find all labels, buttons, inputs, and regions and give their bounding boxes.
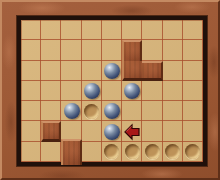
cell-4-0: [21, 101, 41, 121]
cell-5-0: [21, 121, 41, 141]
ball[interactable]: [64, 103, 80, 119]
cell-4-2: [61, 101, 81, 121]
cell-0-8: [183, 20, 203, 40]
hole: [104, 144, 119, 159]
cell-3-1: [41, 81, 61, 101]
cell-1-8: [183, 40, 203, 60]
cell-2-3: [82, 61, 102, 81]
ball[interactable]: [84, 83, 100, 99]
cell-5-4: [102, 121, 122, 141]
cell-1-4: [102, 40, 122, 60]
cell-2-0: [21, 61, 41, 81]
hole: [185, 144, 200, 159]
hole: [84, 104, 99, 119]
ball[interactable]: [104, 103, 120, 119]
cell-6-0: [21, 142, 41, 162]
cell-6-4: [102, 142, 122, 162]
cell-3-8: [183, 81, 203, 101]
cell-1-1: [41, 40, 61, 60]
hole: [165, 144, 180, 159]
cell-1-3: [82, 40, 102, 60]
cell-4-8: [183, 101, 203, 121]
cell-1-0: [21, 40, 41, 60]
ball[interactable]: [104, 63, 120, 79]
wall-block: [61, 139, 81, 164]
cell-6-1: [41, 142, 61, 162]
cell-1-6: [142, 40, 162, 60]
cell-0-2: [61, 20, 81, 40]
cell-3-5: [122, 81, 142, 101]
cell-2-1: [41, 61, 61, 81]
wall-block: [41, 121, 61, 141]
cell-3-7: [163, 81, 183, 101]
cell-3-2: [61, 81, 81, 101]
cell-6-5: [122, 142, 142, 162]
ball[interactable]: [104, 124, 120, 140]
cell-0-1: [41, 20, 61, 40]
cell-6-3: [82, 142, 102, 162]
cell-4-3: [82, 101, 102, 121]
cell-0-6: [142, 20, 162, 40]
cell-3-3: [82, 81, 102, 101]
cell-4-5: [122, 101, 142, 121]
cell-4-7: [163, 101, 183, 121]
cell-0-7: [163, 20, 183, 40]
ball[interactable]: [124, 83, 140, 99]
wall-block: [142, 61, 162, 81]
cell-3-6: [142, 81, 162, 101]
cell-3-4: [102, 81, 122, 101]
hole: [145, 144, 160, 159]
cell-2-6: [142, 61, 162, 81]
cell-1-5: [122, 40, 142, 60]
cell-4-4: [102, 101, 122, 121]
cell-4-1: [41, 101, 61, 121]
cell-0-0: [21, 20, 41, 40]
wall-block: [122, 40, 142, 60]
cell-6-6: [142, 142, 162, 162]
cell-6-2: [61, 142, 81, 162]
cell-6-8: [183, 142, 203, 162]
arrow-left-icon[interactable]: [122, 122, 142, 142]
cell-5-8: [183, 121, 203, 141]
cell-2-8: [183, 61, 203, 81]
cell-5-5: [122, 121, 142, 141]
cell-2-2: [61, 61, 81, 81]
wall-block: [122, 61, 142, 81]
cell-2-4: [102, 61, 122, 81]
cell-5-3: [82, 121, 102, 141]
cell-5-1: [41, 121, 61, 141]
cell-5-6: [142, 121, 162, 141]
cell-4-6: [142, 101, 162, 121]
cell-1-7: [163, 40, 183, 60]
cell-2-7: [163, 61, 183, 81]
wooden-frame: [0, 0, 220, 180]
game-board: [17, 16, 207, 166]
cell-6-7: [163, 142, 183, 162]
cell-0-3: [82, 20, 102, 40]
cell-3-0: [21, 81, 41, 101]
cell-0-4: [102, 20, 122, 40]
cell-2-5: [122, 61, 142, 81]
hole: [125, 144, 140, 159]
cell-0-5: [122, 20, 142, 40]
cell-5-7: [163, 121, 183, 141]
cell-1-2: [61, 40, 81, 60]
